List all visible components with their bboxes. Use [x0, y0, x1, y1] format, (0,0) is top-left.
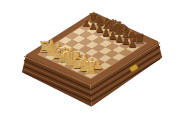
piece-white-rook[interactable]: ♜: [84, 61, 98, 77]
chess-set-photo: ♜♞♝♛♚♝♞♜♟♟♟♟♟♟♟♟♟♟♟♟♟♟♟♟♜♞♝♛♚♝♞♜: [0, 0, 180, 120]
piece-black-pawn[interactable]: ♟: [127, 39, 137, 50]
